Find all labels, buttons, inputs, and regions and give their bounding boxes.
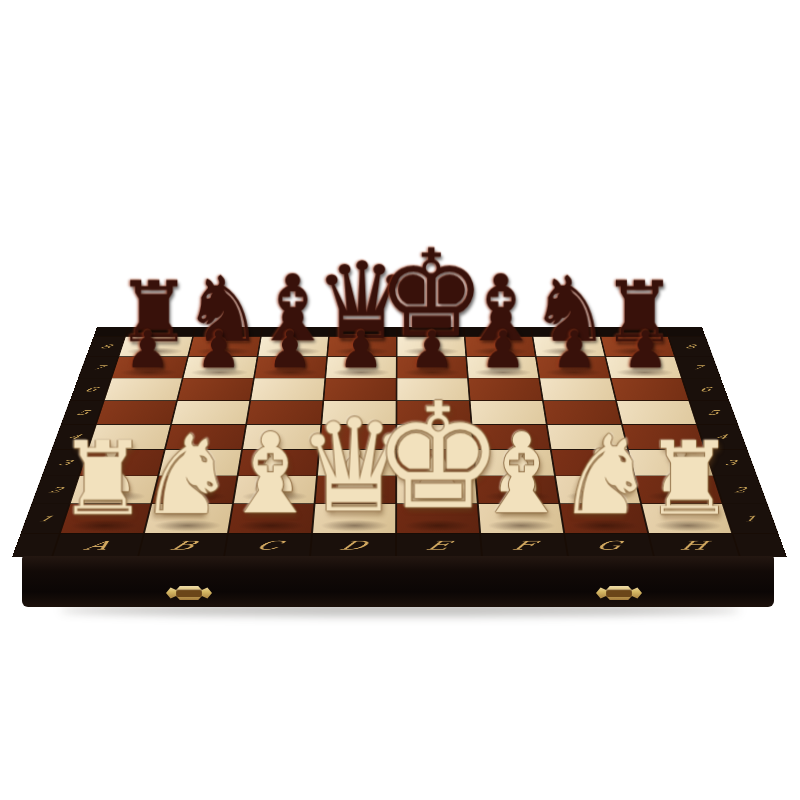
file-label-a: A (81, 538, 116, 552)
piece-dark-pawn-c7[interactable]: ♟ (267, 324, 313, 375)
square-a7[interactable]: ♟ (111, 357, 188, 378)
rank-label-left-7: 7 (90, 364, 108, 371)
rank-label-left-8: 8 (97, 343, 114, 349)
file-label-e: E (423, 538, 454, 552)
board-frame: E (396, 533, 482, 557)
square-e1[interactable]: ♚ (396, 504, 480, 534)
board-frame: B (138, 533, 228, 557)
rank-label-right-6: 6 (699, 386, 712, 393)
piece-dark-pawn-a7[interactable]: ♟ (125, 324, 171, 375)
board-frame: G (564, 533, 654, 557)
board-frame (12, 533, 60, 557)
square-h7[interactable]: ♟ (605, 357, 682, 378)
piece-dark-pawn-h7[interactable]: ♟ (623, 324, 669, 375)
brass-clasp-right-core (606, 589, 632, 597)
brass-clasp-right (596, 586, 642, 600)
rank-label-left-6: 6 (82, 386, 100, 393)
piece-dark-pawn-b7[interactable]: ♟ (196, 324, 242, 375)
piece-dark-pawn-f7[interactable]: ♟ (480, 324, 526, 375)
square-g1[interactable]: ♞ (559, 504, 648, 534)
rank-label-right-1: 1 (743, 514, 758, 523)
square-a6[interactable] (104, 378, 183, 401)
board-frame: D (310, 533, 396, 557)
photo-background: 8♜♞♝♛♚♝♞♜87♟♟♟♟♟♟♟♟7665544332♟♟♟♟♟♟♟♟21♜… (0, 0, 800, 800)
rank-label-right-8: 8 (684, 343, 697, 349)
chessboard: 8♜♞♝♛♚♝♞♜87♟♟♟♟♟♟♟♟7665544332♟♟♟♟♟♟♟♟21♜… (12, 327, 787, 557)
rank-label-right-2: 2 (733, 485, 747, 494)
board-frame: 7 (675, 357, 721, 378)
board-frame (732, 533, 787, 557)
brass-clasp-left (166, 586, 212, 600)
brass-clasp-left-core (176, 589, 202, 597)
square-b6[interactable] (177, 378, 254, 401)
square-h1[interactable]: ♜ (641, 504, 732, 534)
rank-label-right-5: 5 (706, 409, 720, 416)
square-c7[interactable]: ♟ (254, 357, 327, 378)
file-label-f: F (509, 538, 538, 552)
box-front-face (22, 556, 774, 607)
square-f1[interactable]: ♝ (478, 504, 564, 534)
square-h6[interactable] (611, 378, 690, 401)
board-frame: 6 (682, 378, 729, 401)
square-b1[interactable]: ♞ (144, 504, 233, 534)
scene: 8♜♞♝♛♚♝♞♜87♟♟♟♟♟♟♟♟7665544332♟♟♟♟♟♟♟♟21♜… (0, 0, 800, 800)
piece-white-rook-a1[interactable]: ♜ (57, 429, 148, 530)
piece-white-rook-h1[interactable]: ♜ (644, 429, 735, 530)
file-label-d: D (336, 538, 370, 552)
rank-label-left-5: 5 (73, 409, 92, 416)
file-label-g: G (593, 538, 624, 552)
rank-label-right-7: 7 (691, 364, 704, 371)
board-frame: C (224, 533, 312, 557)
piece-white-knight-g1[interactable]: ♞ (557, 421, 655, 530)
board-frame: A (52, 533, 144, 557)
square-g7[interactable]: ♟ (536, 357, 611, 378)
rank-label-left-1: 1 (35, 514, 56, 523)
file-label-c: C (251, 538, 285, 552)
board-frame: F (480, 533, 568, 557)
file-label-h: H (678, 538, 710, 552)
piece-dark-pawn-e7[interactable]: ♟ (409, 324, 455, 375)
piece-dark-pawn-g7[interactable]: ♟ (551, 324, 597, 375)
file-label-b: B (166, 538, 201, 552)
square-b7[interactable]: ♟ (183, 357, 258, 378)
piece-dark-pawn-d7[interactable]: ♟ (338, 324, 384, 375)
square-g6[interactable] (539, 378, 616, 401)
board-frame: H (648, 533, 740, 557)
